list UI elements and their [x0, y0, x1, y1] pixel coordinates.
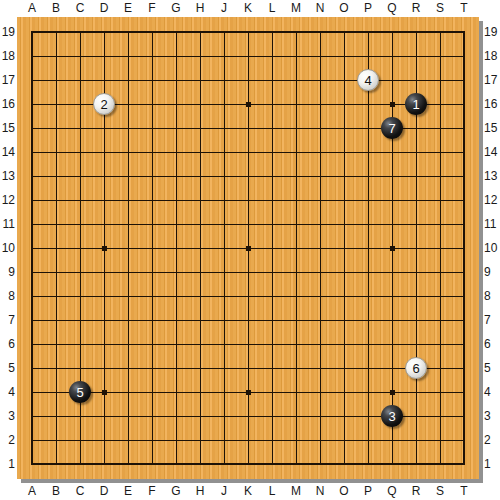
coordinate-label-bottom-K: K: [239, 484, 257, 498]
coordinate-label-top-T: T: [455, 1, 473, 15]
coordinate-label-right-16: 16: [484, 97, 500, 111]
coordinate-label-right-9: 9: [484, 265, 500, 279]
coordinate-label-top-F: F: [143, 1, 161, 15]
coordinate-label-right-10: 10: [484, 241, 500, 255]
coordinate-label-right-15: 15: [484, 121, 500, 135]
coordinate-label-right-14: 14: [484, 145, 500, 159]
coordinate-label-left-12: 12: [0, 193, 15, 207]
coordinate-label-top-G: G: [167, 1, 185, 15]
coordinate-label-bottom-A: A: [23, 484, 41, 498]
coordinate-label-left-7: 7: [0, 313, 15, 327]
stone-white-P17-move-4: 4: [357, 69, 379, 91]
coordinate-label-right-3: 3: [484, 409, 500, 423]
coordinate-label-bottom-C: C: [71, 484, 89, 498]
coordinate-label-top-R: R: [407, 1, 425, 15]
coordinate-label-right-4: 4: [484, 385, 500, 399]
coordinate-label-right-12: 12: [484, 193, 500, 207]
move-number-label: 4: [364, 73, 371, 88]
coordinate-label-bottom-B: B: [47, 484, 65, 498]
coordinate-label-right-17: 17: [484, 73, 500, 87]
coordinate-label-left-2: 2: [0, 433, 15, 447]
coordinate-label-left-3: 3: [0, 409, 15, 423]
coordinate-label-left-16: 16: [0, 97, 15, 111]
stone-black-Q15-move-7: 7: [381, 117, 403, 139]
coordinate-label-left-4: 4: [0, 385, 15, 399]
star-point-K4: [246, 390, 251, 395]
coordinate-label-left-5: 5: [0, 361, 15, 375]
move-number-label: 1: [412, 97, 419, 112]
move-number-label: 3: [388, 409, 395, 424]
coordinate-label-left-15: 15: [0, 121, 15, 135]
coordinate-label-right-18: 18: [484, 49, 500, 63]
coordinate-label-top-C: C: [71, 1, 89, 15]
coordinate-label-right-11: 11: [484, 217, 500, 231]
star-point-K16: [246, 102, 251, 107]
coordinate-label-left-14: 14: [0, 145, 15, 159]
coordinate-label-left-1: 1: [0, 457, 15, 471]
coordinate-label-left-13: 13: [0, 169, 15, 183]
coordinate-label-bottom-F: F: [143, 484, 161, 498]
star-point-Q4: [390, 390, 395, 395]
coordinate-label-bottom-J: J: [215, 484, 233, 498]
coordinate-label-top-J: J: [215, 1, 233, 15]
coordinate-label-bottom-N: N: [311, 484, 329, 498]
coordinate-label-right-6: 6: [484, 337, 500, 351]
coordinate-label-top-M: M: [287, 1, 305, 15]
coordinate-label-bottom-M: M: [287, 484, 305, 498]
coordinate-label-right-2: 2: [484, 433, 500, 447]
coordinate-label-bottom-G: G: [167, 484, 185, 498]
coordinate-label-top-E: E: [119, 1, 137, 15]
coordinate-label-top-Q: Q: [383, 1, 401, 15]
coordinate-label-right-19: 19: [484, 25, 500, 39]
coordinate-label-left-18: 18: [0, 49, 15, 63]
move-number-label: 2: [100, 97, 107, 112]
coordinate-label-bottom-P: P: [359, 484, 377, 498]
coordinate-label-top-A: A: [23, 1, 41, 15]
coordinate-label-right-5: 5: [484, 361, 500, 375]
coordinate-label-bottom-L: L: [263, 484, 281, 498]
board-grid: [17, 17, 479, 479]
star-point-K10: [246, 246, 251, 251]
stone-black-C4-move-5: 5: [69, 381, 91, 403]
coordinate-label-left-6: 6: [0, 337, 15, 351]
star-point-D10: [102, 246, 107, 251]
coordinate-label-left-11: 11: [0, 217, 15, 231]
coordinate-label-left-8: 8: [0, 289, 15, 303]
coordinate-label-bottom-R: R: [407, 484, 425, 498]
coordinate-label-right-7: 7: [484, 313, 500, 327]
coordinate-label-bottom-O: O: [335, 484, 353, 498]
go-board-surface[interactable]: [17, 17, 479, 479]
stone-black-Q3-move-3: 3: [381, 405, 403, 427]
coordinate-label-top-K: K: [239, 1, 257, 15]
move-number-label: 6: [412, 361, 419, 376]
coordinate-label-left-19: 19: [0, 25, 15, 39]
star-point-D4: [102, 390, 107, 395]
star-point-Q10: [390, 246, 395, 251]
coordinate-label-bottom-S: S: [431, 484, 449, 498]
coordinate-label-right-1: 1: [484, 457, 500, 471]
coordinate-label-top-P: P: [359, 1, 377, 15]
coordinate-label-left-17: 17: [0, 73, 15, 87]
coordinate-label-bottom-D: D: [95, 484, 113, 498]
coordinate-label-bottom-H: H: [191, 484, 209, 498]
stone-white-D16-move-2: 2: [93, 93, 115, 115]
coordinate-label-top-N: N: [311, 1, 329, 15]
coordinate-label-top-H: H: [191, 1, 209, 15]
coordinate-label-top-S: S: [431, 1, 449, 15]
stone-white-R5-move-6: 6: [405, 357, 427, 379]
coordinate-label-bottom-Q: Q: [383, 484, 401, 498]
coordinate-label-bottom-T: T: [455, 484, 473, 498]
coordinate-label-left-9: 9: [0, 265, 15, 279]
coordinate-label-right-13: 13: [484, 169, 500, 183]
coordinate-label-top-L: L: [263, 1, 281, 15]
coordinate-label-top-O: O: [335, 1, 353, 15]
coordinate-label-top-B: B: [47, 1, 65, 15]
star-point-Q16: [390, 102, 395, 107]
move-number-label: 7: [388, 121, 395, 136]
coordinate-label-top-D: D: [95, 1, 113, 15]
coordinate-label-bottom-E: E: [119, 484, 137, 498]
go-board-diagram: AABBCCDDEEFFGGHHJJKKLLMMNNOOPPQQRRSSTT19…: [0, 0, 500, 500]
coordinate-label-right-8: 8: [484, 289, 500, 303]
coordinate-label-left-10: 10: [0, 241, 15, 255]
move-number-label: 5: [76, 385, 83, 400]
stone-black-R16-move-1: 1: [405, 93, 427, 115]
